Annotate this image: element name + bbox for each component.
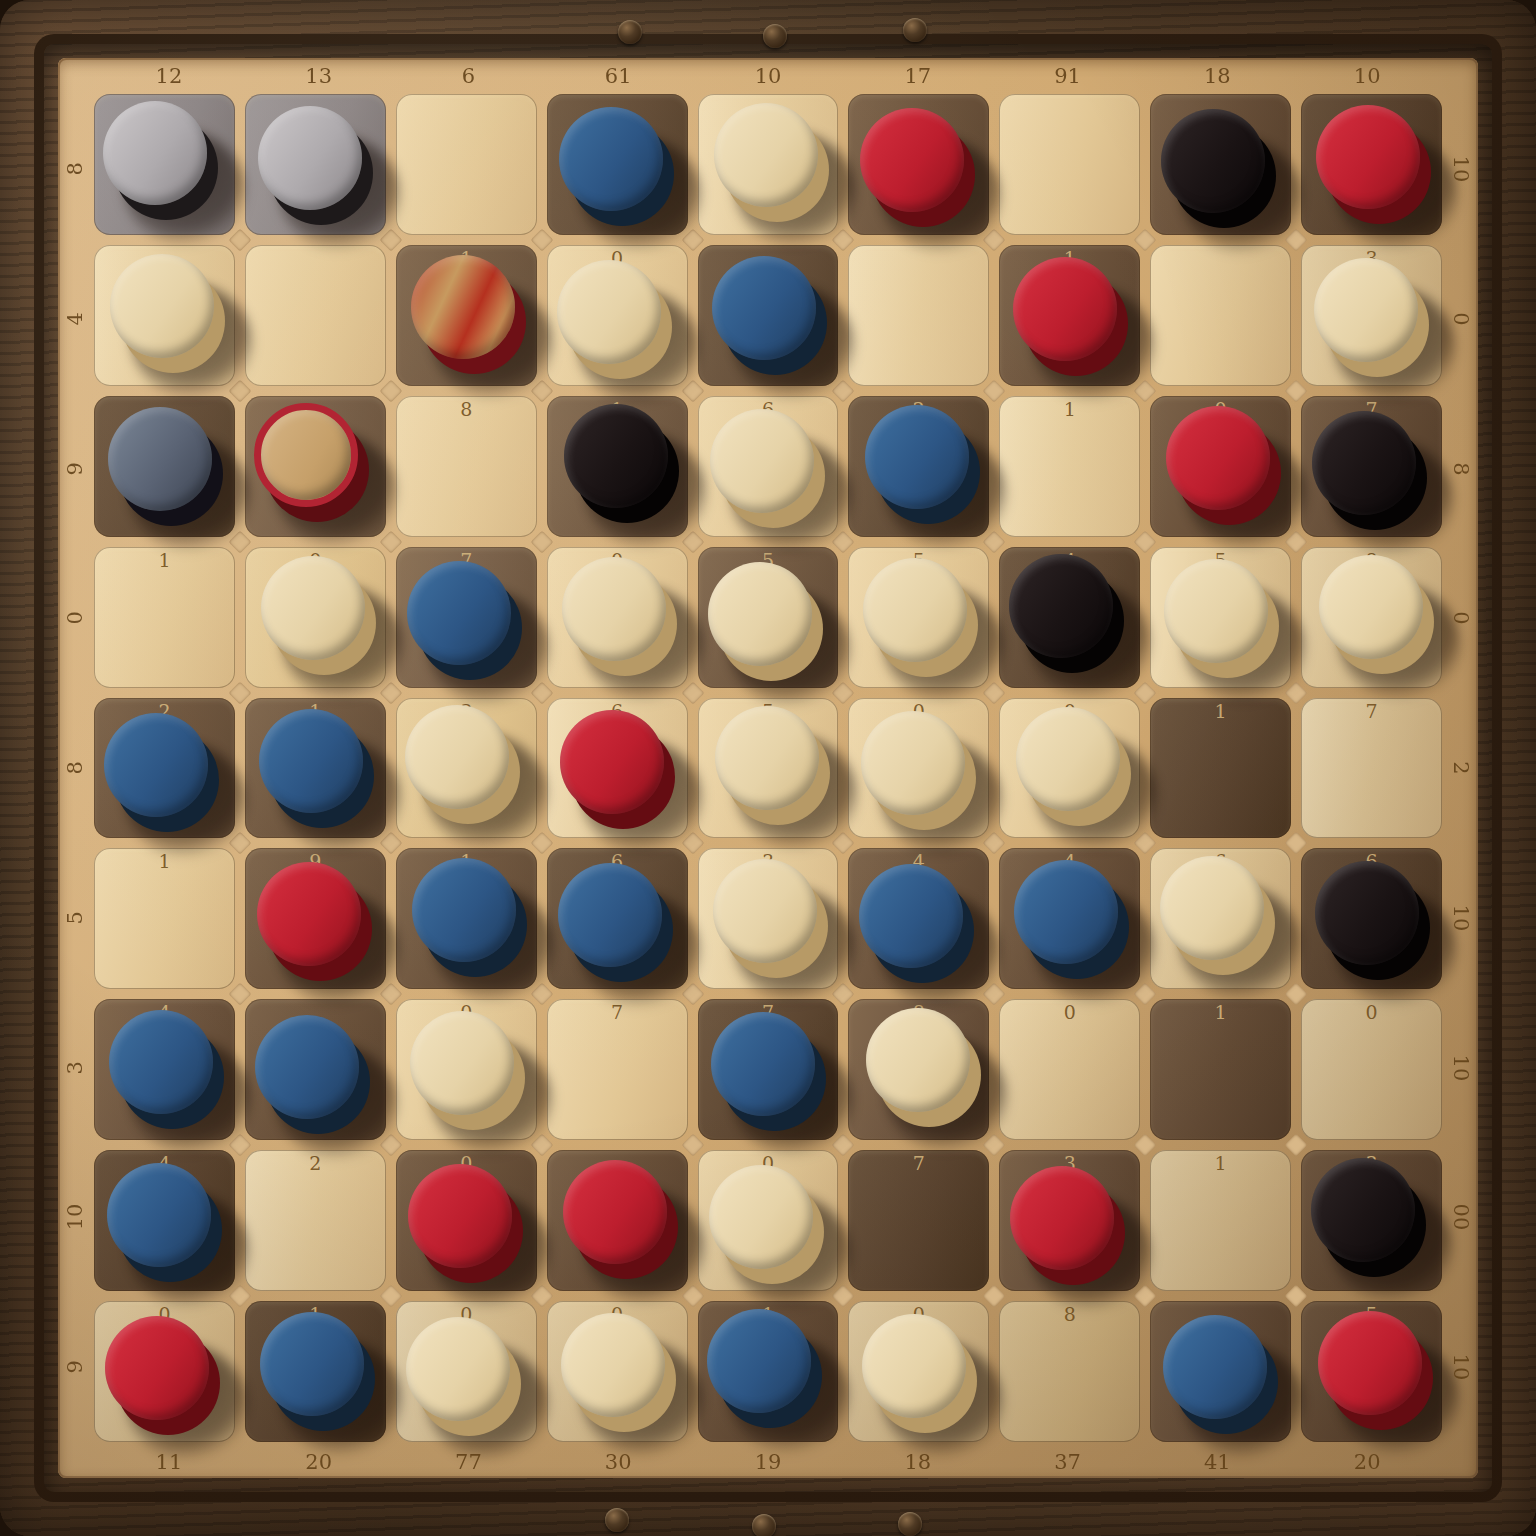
- square-r9c2[interactable]: 1: [245, 1301, 386, 1442]
- coord-label: 20: [244, 1450, 394, 1474]
- cell-number: 8: [460, 400, 472, 419]
- square-r3c4[interactable]: 1: [547, 396, 688, 537]
- square-r9c7[interactable]: 8: [999, 1301, 1140, 1442]
- square-r2c5[interactable]: [698, 245, 839, 386]
- square-r5c3[interactable]: 3: [396, 698, 537, 839]
- cell-number: 1: [158, 551, 170, 570]
- piece-white-wood-man[interactable]: [720, 713, 824, 817]
- square-r5c6[interactable]: 0: [848, 698, 989, 839]
- square-r2c7[interactable]: 1: [999, 245, 1140, 386]
- nail-icon: [763, 24, 787, 48]
- piece-white-wood-man[interactable]: [713, 569, 817, 673]
- coords-bottom: 112077301918374120: [94, 1447, 1442, 1477]
- piece-blue-man[interactable]: [265, 1319, 369, 1423]
- coord-label: 0: [1386, 304, 1536, 334]
- square-r3c6[interactable]: 2: [848, 396, 989, 537]
- square-r1c4[interactable]: [547, 94, 688, 235]
- piece-white-wood-man[interactable]: [1165, 863, 1269, 967]
- square-r7c7[interactable]: 0: [999, 999, 1140, 1140]
- coord-label: 0: [0, 603, 150, 633]
- cell-number: 7: [1366, 702, 1378, 721]
- square-r6c8[interactable]: 6: [1150, 848, 1291, 989]
- square-r7c6[interactable]: 8: [848, 999, 989, 1140]
- cell-number: 1: [1064, 400, 1076, 419]
- coord-label: 6: [394, 64, 544, 88]
- coord-label: 8: [1386, 453, 1536, 483]
- piece-red-man[interactable]: [413, 1171, 517, 1275]
- cell-number: 0: [1064, 1003, 1076, 1022]
- coord-label: 20: [1292, 1450, 1442, 1474]
- piece-worn-red-man[interactable]: [416, 262, 520, 366]
- square-r1c8[interactable]: [1150, 94, 1291, 235]
- nail-icon: [898, 1512, 922, 1536]
- coord-label: 9: [0, 453, 150, 483]
- coord-label: 13: [244, 64, 394, 88]
- piece-blue-man[interactable]: [417, 865, 521, 969]
- piece-red-man[interactable]: [565, 717, 669, 821]
- piece-red-man[interactable]: [1171, 413, 1275, 517]
- piece-red-man[interactable]: [262, 869, 366, 973]
- square-r1c2[interactable]: [245, 94, 386, 235]
- square-r2c6[interactable]: [848, 245, 989, 386]
- square-r8c8[interactable]: 1: [1150, 1150, 1291, 1291]
- cell-number: 1: [1215, 1003, 1227, 1022]
- coord-label: 4: [0, 304, 150, 334]
- coord-label: 91: [993, 64, 1143, 88]
- square-r3c8[interactable]: 0: [1150, 396, 1291, 537]
- coords-right: 10080210100010: [1446, 94, 1476, 1442]
- cell-number: 1: [1215, 1154, 1227, 1173]
- piece-white-wood-man[interactable]: [715, 416, 819, 520]
- piece-blue-man[interactable]: [716, 1019, 820, 1123]
- coord-label: 18: [1142, 64, 1292, 88]
- coord-label: 37: [993, 1450, 1143, 1474]
- square-r7c2[interactable]: [245, 999, 386, 1140]
- square-r2c4[interactable]: 0: [547, 245, 688, 386]
- piece-blue-man[interactable]: [712, 1316, 816, 1420]
- piece-blue-man[interactable]: [870, 412, 974, 516]
- coord-label: 10: [1292, 64, 1442, 88]
- square-r4c4[interactable]: 0: [547, 547, 688, 688]
- piece-white-wood-man[interactable]: [871, 1015, 975, 1119]
- coord-label: 61: [543, 64, 693, 88]
- coord-label: 10: [0, 1202, 150, 1232]
- coord-label: 12: [94, 64, 244, 88]
- square-r8c2[interactable]: 2: [245, 1150, 386, 1291]
- square-r5c7[interactable]: 0: [999, 698, 1140, 839]
- piece-white-wood-man[interactable]: [718, 866, 822, 970]
- piece-white-wood-man[interactable]: [1169, 566, 1273, 670]
- coord-label: 10: [693, 64, 843, 88]
- piece-red-man[interactable]: [865, 115, 969, 219]
- coords-top: 12136611017911810: [94, 61, 1442, 91]
- square-r1c6[interactable]: [848, 94, 989, 235]
- piece-white-wood-man[interactable]: [868, 565, 972, 669]
- square-r6c3[interactable]: 1: [396, 848, 537, 989]
- square-r6c7[interactable]: 4: [999, 848, 1140, 989]
- coord-label: 2: [1386, 753, 1536, 783]
- coord-label: 9: [0, 1352, 150, 1382]
- square-r4c8[interactable]: 5: [1150, 547, 1291, 688]
- cell-number: 0: [1366, 1003, 1378, 1022]
- square-r8c3[interactable]: 0: [396, 1150, 537, 1291]
- square-r1c7[interactable]: [999, 94, 1140, 235]
- coord-label: 77: [394, 1450, 544, 1474]
- piece-white-wood-man[interactable]: [411, 1324, 515, 1428]
- square-r9c4[interactable]: 0: [547, 1301, 688, 1442]
- square-r5c8[interactable]: 1: [1150, 698, 1291, 839]
- square-r4c7[interactable]: 4: [999, 547, 1140, 688]
- nail-icon: [618, 20, 642, 44]
- square-r9c5[interactable]: 1: [698, 1301, 839, 1442]
- coord-label: 30: [543, 1450, 693, 1474]
- square-r5c2[interactable]: 1: [245, 698, 386, 839]
- piece-blue-man[interactable]: [1019, 867, 1123, 971]
- piece-black-man-silver-gray-top[interactable]: [263, 113, 367, 217]
- piece-blue-man[interactable]: [1168, 1322, 1272, 1426]
- square-r9c3[interactable]: 0: [396, 1301, 537, 1442]
- square-r8c7[interactable]: 3: [999, 1150, 1140, 1291]
- piece-blue-man[interactable]: [864, 871, 968, 975]
- square-r9c8[interactable]: [1150, 1301, 1291, 1442]
- piece-white-wood-man[interactable]: [410, 712, 514, 816]
- coord-label: 19: [693, 1450, 843, 1474]
- square-r4c5[interactable]: 5: [698, 547, 839, 688]
- piece-white-wood-man[interactable]: [719, 110, 823, 214]
- nail-icon: [605, 1508, 629, 1532]
- piece-white-wood-man[interactable]: [566, 1320, 670, 1424]
- square-r4c2[interactable]: 0: [245, 547, 386, 688]
- piece-blue-man[interactable]: [264, 716, 368, 820]
- square-r6c4[interactable]: 6: [547, 848, 688, 989]
- piece-white-wood-man[interactable]: [415, 1018, 519, 1122]
- piece-white-wood-man[interactable]: [567, 564, 671, 668]
- square-r5c4[interactable]: 6: [547, 698, 688, 839]
- coord-label: 8: [0, 753, 150, 783]
- piece-blue-man[interactable]: [412, 568, 516, 672]
- coord-label: 41: [1142, 1450, 1292, 1474]
- square-r2c2[interactable]: [245, 245, 386, 386]
- piece-blue-man[interactable]: [563, 870, 667, 974]
- coords-left: 8490853109: [60, 94, 90, 1442]
- coord-label: 10: [1386, 1053, 1536, 1083]
- square-r4c3[interactable]: 7: [396, 547, 537, 688]
- square-r6c5[interactable]: 3: [698, 848, 839, 989]
- square-r3c5[interactable]: 6: [698, 396, 839, 537]
- coord-label: 8: [0, 154, 150, 184]
- coord-label: 3: [0, 1053, 150, 1083]
- piece-red-man[interactable]: [568, 1167, 672, 1271]
- board-grid: 1013816210710705545821365001719163446640…: [94, 94, 1442, 1442]
- square-r8c6[interactable]: 7: [848, 1150, 989, 1291]
- square-r1c5[interactable]: [698, 94, 839, 235]
- square-r7c3[interactable]: 0: [396, 999, 537, 1140]
- piece-black-man[interactable]: [569, 411, 673, 515]
- square-r2c3[interactable]: 1: [396, 245, 537, 386]
- piece-blue-man[interactable]: [564, 114, 668, 218]
- square-r5c5[interactable]: 5: [698, 698, 839, 839]
- coord-label: 10: [1386, 154, 1536, 184]
- square-r2c8[interactable]: [1150, 245, 1291, 386]
- square-r3c2[interactable]: [245, 396, 386, 537]
- square-r7c8[interactable]: 1: [1150, 999, 1291, 1140]
- square-r8c5[interactable]: 0: [698, 1150, 839, 1291]
- square-r4c6[interactable]: 5: [848, 547, 989, 688]
- coord-label: 0: [1386, 603, 1536, 633]
- piece-black-man[interactable]: [1166, 116, 1270, 220]
- square-r9c6[interactable]: 0: [848, 1301, 989, 1442]
- piece-blue-man[interactable]: [260, 1022, 364, 1126]
- piece-white-wood-man[interactable]: [867, 1321, 971, 1425]
- coord-label: 5: [0, 903, 150, 933]
- cell-number: 1: [1215, 702, 1227, 721]
- nail-icon: [752, 1514, 776, 1536]
- cell-number: 7: [913, 1154, 925, 1173]
- coord-label: 18: [843, 1450, 993, 1474]
- piece-white-wood-man[interactable]: [266, 563, 370, 667]
- square-r6c6[interactable]: 4: [848, 848, 989, 989]
- coord-label: 00: [1386, 1202, 1536, 1232]
- coord-label: 11: [94, 1450, 244, 1474]
- piece-blue-man[interactable]: [717, 263, 821, 367]
- coord-label: 17: [843, 64, 993, 88]
- square-r7c5[interactable]: 7: [698, 999, 839, 1140]
- piece-black-man[interactable]: [1014, 561, 1118, 665]
- piece-white-wood-man[interactable]: [562, 267, 666, 371]
- square-r3c7[interactable]: 1: [999, 396, 1140, 537]
- square-r1c3[interactable]: [396, 94, 537, 235]
- coord-label: 10: [1386, 1352, 1536, 1382]
- square-r6c2[interactable]: 9: [245, 848, 386, 989]
- square-r7c4[interactable]: 7: [547, 999, 688, 1140]
- piece-red-man[interactable]: [1018, 264, 1122, 368]
- piece-white-wood-man[interactable]: [1021, 714, 1125, 818]
- piece-white-wood-man[interactable]: [714, 1172, 818, 1276]
- square-r3c3[interactable]: 8: [396, 396, 537, 537]
- piece-white-wood-man[interactable]: [866, 718, 970, 822]
- square-r8c4[interactable]: [547, 1150, 688, 1291]
- coord-label: 10: [1386, 903, 1536, 933]
- piece-red-rimmed-wood-top-king[interactable]: [259, 410, 363, 514]
- piece-red-man[interactable]: [1015, 1173, 1119, 1277]
- nail-icon: [903, 18, 927, 42]
